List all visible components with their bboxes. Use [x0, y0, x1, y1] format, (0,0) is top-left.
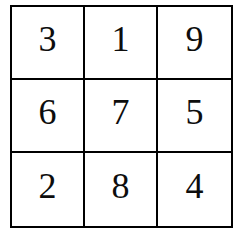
- cell-r3c2: 8: [85, 153, 158, 226]
- grid-3x3: 3 1 9 6 7 5 2 8 4: [12, 7, 231, 226]
- cell-value: 5: [186, 94, 204, 130]
- cell-r1c3: 9: [158, 7, 231, 80]
- cell-r3c1: 2: [12, 153, 85, 226]
- cell-r2c2: 7: [85, 80, 158, 153]
- cell-value: 8: [112, 168, 130, 204]
- cell-value: 7: [112, 94, 130, 130]
- cell-value: 9: [186, 21, 204, 57]
- cell-value: 4: [186, 168, 204, 204]
- cell-value: 3: [39, 21, 57, 57]
- cell-r2c1: 6: [12, 80, 85, 153]
- cell-value: 1: [112, 21, 130, 57]
- cell-value: 2: [39, 168, 57, 204]
- cell-r1c2: 1: [85, 7, 158, 80]
- number-grid-board: 3 1 9 6 7 5 2 8 4: [10, 5, 233, 228]
- cell-r3c3: 4: [158, 153, 231, 226]
- cell-value: 6: [39, 94, 57, 130]
- cell-r1c1: 3: [12, 7, 85, 80]
- cell-r2c3: 5: [158, 80, 231, 153]
